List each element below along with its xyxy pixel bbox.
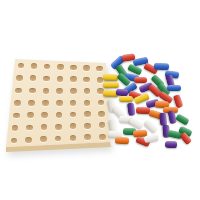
peg-hole[interactable]: [70, 100, 77, 106]
peg-purple[interactable]: [116, 88, 129, 96]
peg-hole[interactable]: [27, 112, 34, 118]
peg-hole[interactable]: [98, 111, 105, 117]
peg-hole[interactable]: [70, 76, 77, 82]
peg-hole[interactable]: [56, 112, 63, 118]
peg-hole[interactable]: [56, 88, 63, 94]
peg-hole[interactable]: [99, 134, 106, 140]
peg-hole[interactable]: [57, 64, 64, 70]
peg-yellow[interactable]: [102, 73, 117, 80]
peg-orange[interactable]: [115, 137, 129, 144]
peg-hole[interactable]: [70, 65, 77, 71]
peg-yellow[interactable]: [103, 82, 119, 89]
peg-hole[interactable]: [29, 88, 36, 94]
peg-hole[interactable]: [28, 100, 35, 106]
peg-hole[interactable]: [41, 112, 48, 118]
peg-purple[interactable]: [127, 102, 135, 116]
peg-hole[interactable]: [84, 123, 91, 129]
peg-hole[interactable]: [25, 137, 32, 143]
peg-yellow[interactable]: [119, 96, 133, 103]
peg-hole[interactable]: [13, 113, 20, 119]
peg-hole[interactable]: [84, 100, 91, 106]
peg-hole[interactable]: [83, 65, 90, 71]
peg-hole[interactable]: [70, 135, 77, 141]
peg-blue[interactable]: [167, 85, 181, 92]
peg-blue[interactable]: [153, 62, 168, 69]
peg-red[interactable]: [134, 77, 147, 84]
peg-hole[interactable]: [84, 88, 91, 94]
peg-hole[interactable]: [57, 76, 64, 82]
peg-hole[interactable]: [14, 100, 21, 106]
peg-hole[interactable]: [55, 124, 62, 130]
peg-hole[interactable]: [43, 88, 50, 94]
peg-purple[interactable]: [165, 141, 177, 148]
scene: [0, 0, 200, 200]
peg-hole[interactable]: [40, 136, 47, 142]
peg-hole[interactable]: [56, 100, 63, 106]
peg-hole[interactable]: [70, 88, 77, 94]
peg-hole[interactable]: [42, 100, 49, 106]
peg-hole[interactable]: [16, 75, 23, 81]
peg-hole[interactable]: [84, 111, 91, 117]
